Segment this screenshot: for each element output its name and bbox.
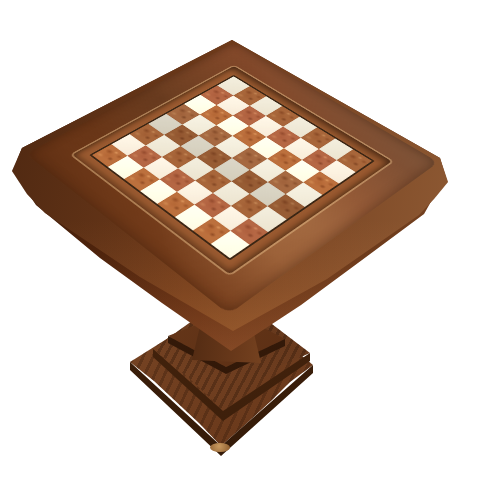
base-foot <box>210 443 230 452</box>
table-top-frame <box>26 43 439 315</box>
board-border-line <box>89 75 375 261</box>
board-grid <box>92 76 372 258</box>
chess-table-photo <box>0 0 480 480</box>
